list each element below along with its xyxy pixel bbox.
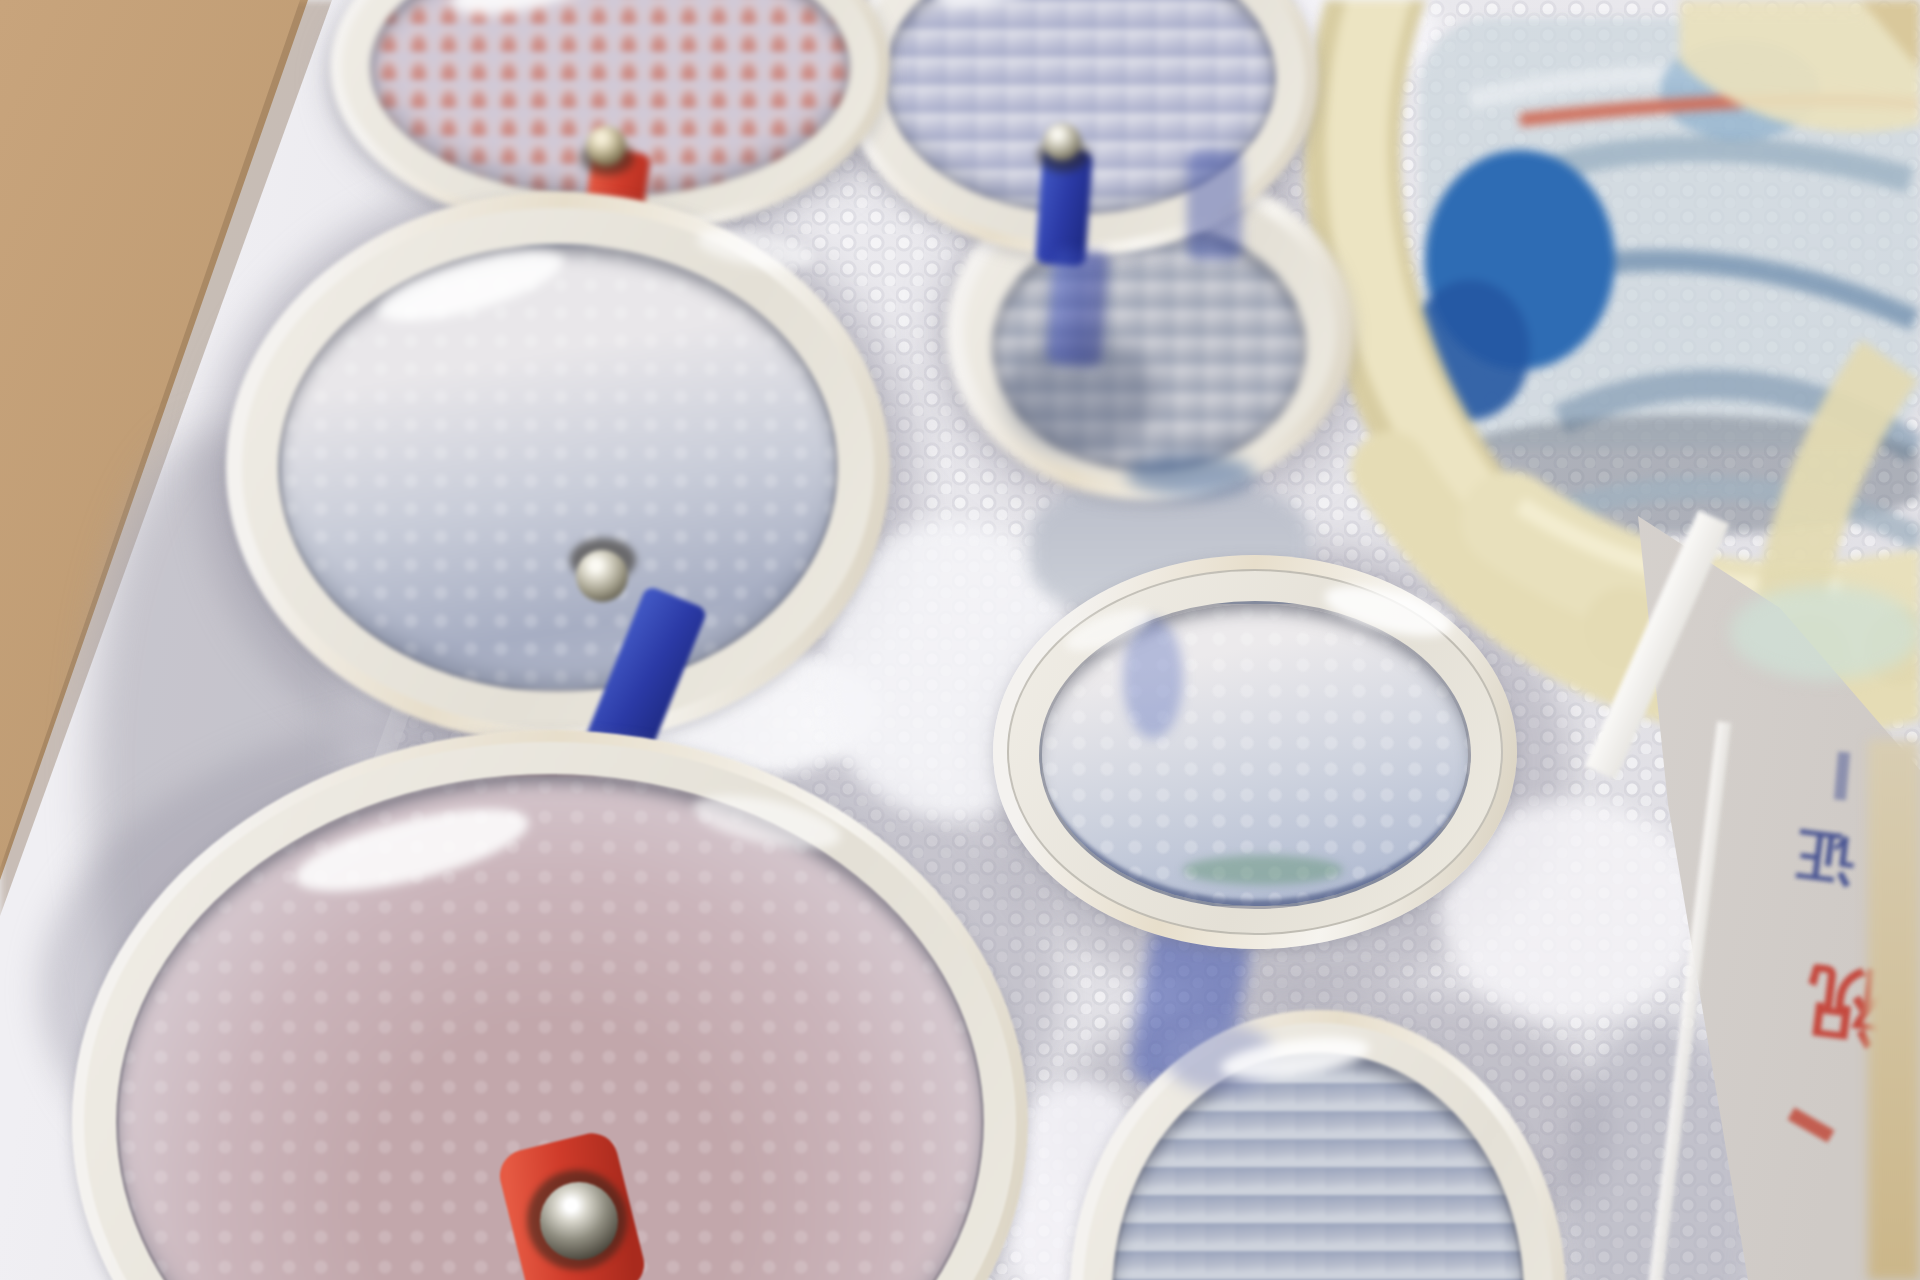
cupping-cup-middle-left — [226, 192, 890, 744]
cup-inner-blue-streak — [1123, 618, 1183, 738]
valve-stem-through-glass — [1046, 248, 1109, 367]
card-text-blue: 证 — [1793, 825, 1858, 890]
metal-ball — [540, 1182, 618, 1260]
metal-ball — [1043, 123, 1081, 161]
metal-ball — [586, 126, 626, 166]
cup-interior — [278, 244, 838, 692]
cup-green-rim-tint — [1183, 855, 1343, 885]
bag-green-tint — [1730, 585, 1920, 680]
valve-reflection — [1187, 150, 1242, 260]
cupping-cup-center-right — [993, 555, 1517, 949]
metal-ball — [576, 550, 628, 602]
pump-base-behind-card — [1868, 740, 1920, 1280]
photo-cupping-set: 证 祝 — [0, 0, 1920, 1280]
cup-inner-blue-hint — [1126, 454, 1256, 496]
